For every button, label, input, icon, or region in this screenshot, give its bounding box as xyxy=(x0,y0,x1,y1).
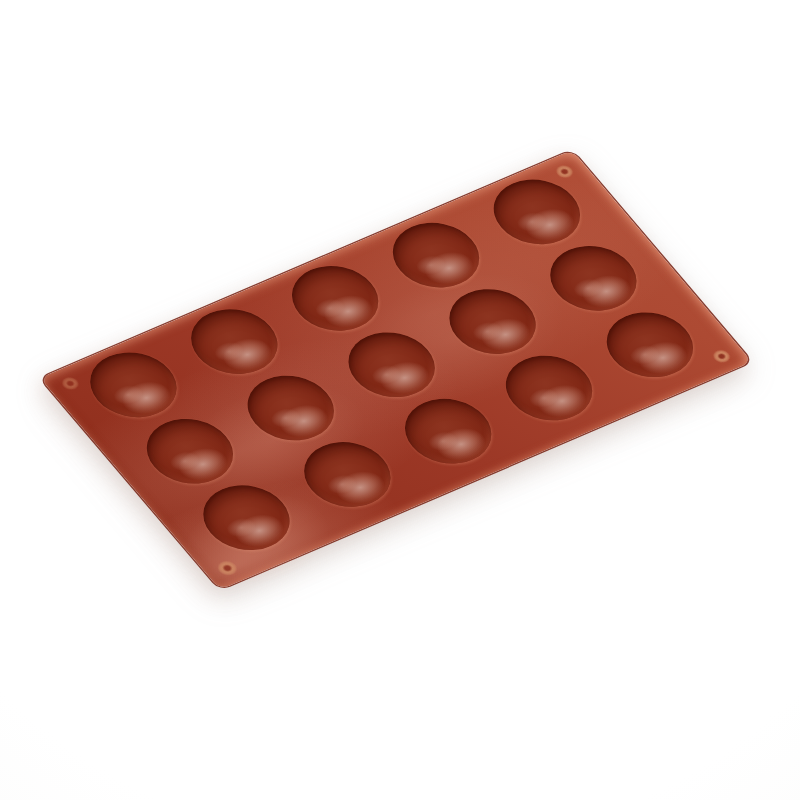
mold-cavity xyxy=(590,301,710,389)
mold-cavity xyxy=(489,344,609,432)
mold-cavity xyxy=(332,321,452,409)
mold-cavity xyxy=(433,278,553,366)
mold-cavity xyxy=(477,168,597,256)
mold-cavity xyxy=(186,474,306,562)
mold-cavity xyxy=(533,235,653,323)
mold-cavity xyxy=(231,364,351,452)
cavity-grid xyxy=(40,150,752,590)
mold-cavity xyxy=(388,387,508,475)
mold-cavity xyxy=(275,255,395,343)
silicone-mold xyxy=(40,150,752,590)
mold-cavity xyxy=(287,431,407,519)
photo-background xyxy=(0,0,800,800)
mold-shadow-wrap xyxy=(0,0,800,800)
mold-cavity xyxy=(376,211,496,299)
mold-cavity xyxy=(174,298,294,386)
mold-cavity xyxy=(73,341,193,429)
mold-cavity xyxy=(130,407,250,495)
